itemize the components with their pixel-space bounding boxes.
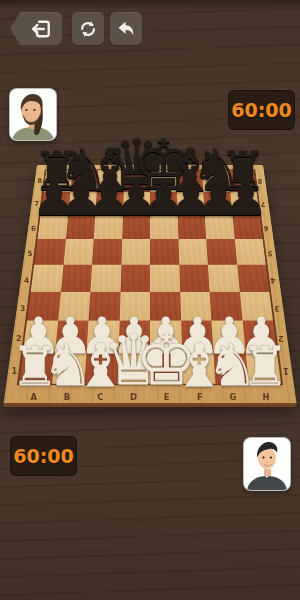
black-pawn-h7[interactable]: ♟ <box>223 173 268 223</box>
square-h5[interactable] <box>234 239 265 265</box>
square-a5[interactable] <box>34 239 65 265</box>
square-c5[interactable] <box>92 239 122 265</box>
square-b5[interactable] <box>63 239 94 265</box>
square-a4[interactable] <box>31 265 63 292</box>
square-b4[interactable] <box>61 265 93 292</box>
square-f4[interactable] <box>179 265 210 292</box>
square-f5[interactable] <box>178 239 208 265</box>
square-e5[interactable] <box>150 239 179 265</box>
white-rook-h1[interactable]: ♜ <box>241 341 289 395</box>
square-e4[interactable] <box>150 265 180 292</box>
square-h4[interactable] <box>237 265 269 292</box>
square-d4[interactable] <box>120 265 150 292</box>
square-d5[interactable] <box>121 239 150 265</box>
square-g5[interactable] <box>206 239 237 265</box>
square-g4[interactable] <box>208 265 240 292</box>
square-c4[interactable] <box>90 265 121 292</box>
board-scene: ABCDEFGH1122334455667788♜♞♝♛♚♝♞♜♟♟♟♟♟♟♟♟… <box>0 0 300 600</box>
